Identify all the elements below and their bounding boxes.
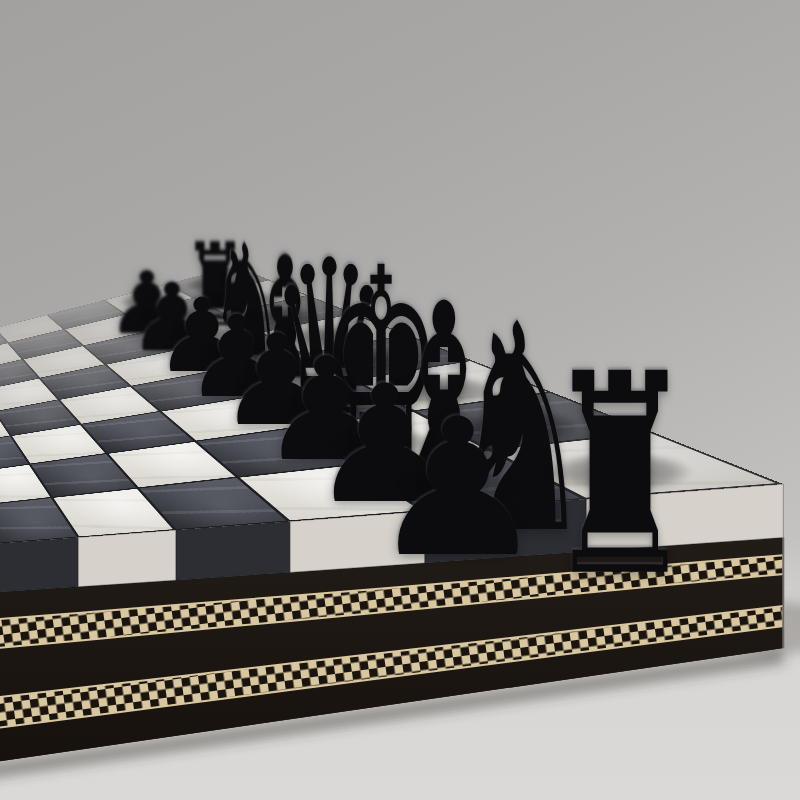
tile-side-face-light [78,530,176,587]
tile-side-face-dark [0,537,78,592]
tile-side-face-dark [176,521,290,580]
photo-stage: ♜♞♟♟♝♟♛♟♚♟♝♟♞♟♜♟ [0,0,800,800]
